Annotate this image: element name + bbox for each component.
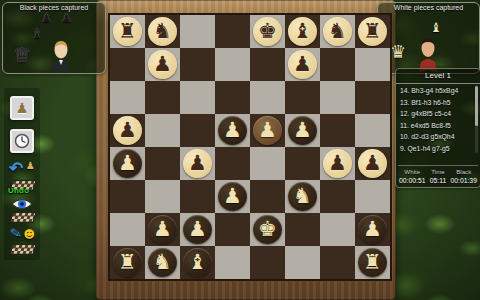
clock-icon[interactable] bbox=[8, 127, 36, 155]
piece-glyph: ♟ bbox=[153, 219, 172, 240]
mini-chessboard-icon bbox=[9, 212, 37, 223]
square-g2[interactable] bbox=[320, 213, 355, 246]
gold-pawn-icon: ♟ bbox=[26, 160, 35, 171]
square-f3[interactable]: ♞ bbox=[285, 180, 320, 213]
square-b1[interactable]: ♞ bbox=[145, 246, 180, 279]
square-g3[interactable] bbox=[320, 180, 355, 213]
clock-row: White Time Black 00:00:51 05:11 00:01:39 bbox=[398, 165, 478, 184]
white-player-avatar bbox=[47, 39, 75, 72]
eye-icon bbox=[10, 196, 34, 212]
piece-glyph: ♟ bbox=[118, 153, 137, 174]
white-pawn: ♟ bbox=[218, 182, 247, 211]
square-b5[interactable] bbox=[145, 114, 180, 147]
move-list-scrollbar-thumb[interactable] bbox=[475, 86, 478, 126]
square-d2[interactable] bbox=[215, 213, 250, 246]
piece-glyph: ♟ bbox=[153, 54, 172, 75]
captured-pawn: ♟ bbox=[61, 12, 72, 24]
captured-queen: ♛ bbox=[13, 45, 31, 65]
piece-glyph: ♞ bbox=[153, 252, 172, 273]
square-c4[interactable]: ♟ bbox=[180, 147, 215, 180]
level-header: Level 1 bbox=[396, 69, 480, 84]
captured-black-panel: Black pieces captured ♟♟♝♛ bbox=[2, 2, 106, 74]
square-d3[interactable]: ♟ bbox=[215, 180, 250, 213]
square-f1[interactable] bbox=[285, 246, 320, 279]
square-b4[interactable] bbox=[145, 147, 180, 180]
square-a6[interactable] bbox=[110, 81, 145, 114]
square-b8[interactable]: ♞ bbox=[145, 15, 180, 48]
edit-board-icon[interactable]: ✎ ☻ bbox=[8, 228, 36, 256]
white-knight: ♞ bbox=[288, 182, 317, 211]
move-row: 12. g4xBf5 c5-c4 bbox=[400, 108, 474, 120]
square-f5[interactable]: ♟ bbox=[285, 114, 320, 147]
piece-glyph: ♝ bbox=[293, 21, 312, 42]
piece-glyph: ♝ bbox=[188, 252, 207, 273]
square-f8[interactable]: ♝ bbox=[285, 15, 320, 48]
white-clock-value: 00:00:51 bbox=[398, 177, 427, 184]
white-pawn: ♟ bbox=[183, 215, 212, 244]
black-knight: ♞ bbox=[323, 17, 352, 46]
piece-glyph: ♟ bbox=[363, 153, 382, 174]
square-b6[interactable] bbox=[145, 81, 180, 114]
white-bishop: ♝ bbox=[183, 248, 212, 277]
square-d1[interactable] bbox=[215, 246, 250, 279]
square-h7[interactable] bbox=[355, 48, 390, 81]
square-c6[interactable] bbox=[180, 81, 215, 114]
move-row: 10. d2-d3 g5xQh4 bbox=[400, 131, 474, 143]
white-rook: ♜ bbox=[358, 248, 387, 277]
black-rook: ♜ bbox=[358, 17, 387, 46]
piece-glyph: ♟ bbox=[188, 153, 207, 174]
piece-glyph: ♜ bbox=[118, 21, 137, 42]
white-knight: ♞ bbox=[148, 248, 177, 277]
square-c7[interactable] bbox=[180, 48, 215, 81]
square-g5[interactable] bbox=[320, 114, 355, 147]
piece-glyph: ♟ bbox=[118, 120, 137, 141]
piece-glyph: ♟ bbox=[328, 153, 347, 174]
piece-glyph: ♟ bbox=[223, 186, 242, 207]
captured-black-title: Black pieces captured bbox=[3, 4, 105, 11]
captured-white-panel: White pieces captured ♝♛ bbox=[377, 2, 480, 74]
piece-glyph: ♟ bbox=[293, 54, 312, 75]
undo-label: Undo bbox=[8, 186, 29, 195]
square-b7[interactable]: ♟ bbox=[145, 48, 180, 81]
black-clock-label: Black bbox=[449, 168, 478, 175]
captured-white-title: White pieces captured bbox=[378, 4, 479, 11]
mini-chessboard-icon bbox=[9, 244, 37, 255]
square-h1[interactable]: ♜ bbox=[355, 246, 390, 279]
square-g8[interactable]: ♞ bbox=[320, 15, 355, 48]
square-a8[interactable]: ♜ bbox=[110, 15, 145, 48]
black-clock-value: 00:01:39 bbox=[449, 177, 478, 184]
black-pawn: ♟ bbox=[288, 50, 317, 79]
square-c2[interactable]: ♟ bbox=[180, 213, 215, 246]
square-d5[interactable]: ♟ bbox=[215, 114, 250, 147]
square-f6[interactable] bbox=[285, 81, 320, 114]
square-e7[interactable] bbox=[250, 48, 285, 81]
white-pawn: ♟ bbox=[358, 215, 387, 244]
square-b2[interactable]: ♟ bbox=[145, 213, 180, 246]
piece-glyph: ♟ bbox=[223, 120, 242, 141]
square-f7[interactable]: ♟ bbox=[285, 48, 320, 81]
captured-bishop: ♝ bbox=[430, 21, 442, 34]
white-pawn: ♟ bbox=[148, 215, 177, 244]
move-row: 9. Qe1-h4 g7-g5 bbox=[400, 143, 474, 155]
white-pawn: ♟ bbox=[113, 149, 142, 178]
pawn-glyph-icon: ♟ bbox=[16, 100, 29, 116]
square-h2[interactable]: ♟ bbox=[355, 213, 390, 246]
piece-glyph: ♜ bbox=[118, 252, 137, 273]
square-h3[interactable] bbox=[355, 180, 390, 213]
piece-glyph: ♟ bbox=[293, 120, 312, 141]
black-rook: ♜ bbox=[113, 17, 142, 46]
square-g6[interactable] bbox=[320, 81, 355, 114]
square-f4[interactable] bbox=[285, 147, 320, 180]
square-f2[interactable] bbox=[285, 213, 320, 246]
square-a4[interactable]: ♟ bbox=[110, 147, 145, 180]
square-e6[interactable] bbox=[250, 81, 285, 114]
white-clock-label: White bbox=[398, 168, 427, 175]
black-king: ♚ bbox=[253, 17, 282, 46]
move-row: 11. e4xd5 Bc8-f5 bbox=[400, 120, 474, 132]
black-pawn: ♟ bbox=[148, 50, 177, 79]
white-king: ♚ bbox=[253, 215, 282, 244]
piece-glyph: ♟ bbox=[258, 120, 277, 141]
square-b3[interactable] bbox=[145, 180, 180, 213]
square-h5[interactable] bbox=[355, 114, 390, 147]
white-rook: ♜ bbox=[113, 248, 142, 277]
smiley-icon: ☻ bbox=[24, 228, 35, 241]
chess-board: ♜♞♚♝♞♜♟♟♟♟♟♟♟♟♟♟♟♞♟♟♚♟♜♞♝♜ bbox=[108, 13, 392, 281]
captured-queen: ♛ bbox=[390, 43, 406, 61]
clock-face-icon bbox=[14, 133, 30, 149]
square-a7[interactable] bbox=[110, 48, 145, 81]
move-list[interactable]: 14. Bh3-g4 h5xBg413. Bf1-h3 h6-h512. g4x… bbox=[400, 85, 474, 155]
move-row: 14. Bh3-g4 h5xBg4 bbox=[400, 85, 474, 97]
square-e2[interactable]: ♚ bbox=[250, 213, 285, 246]
move-list-panel: Level 1 14. Bh3-g4 h5xBg413. Bf1-h3 h6-h… bbox=[395, 68, 480, 188]
piece-glyph: ♟ bbox=[363, 219, 382, 240]
black-pawn: ♟ bbox=[323, 149, 352, 178]
black-knight: ♞ bbox=[148, 17, 177, 46]
piece-set-icon[interactable]: ♟ bbox=[8, 94, 36, 122]
square-d4[interactable] bbox=[215, 147, 250, 180]
piece-glyph: ♞ bbox=[153, 21, 172, 42]
captured-bishop: ♝ bbox=[31, 27, 43, 40]
square-e8[interactable]: ♚ bbox=[250, 15, 285, 48]
square-a1[interactable]: ♜ bbox=[110, 246, 145, 279]
piece-glyph: ♚ bbox=[258, 21, 277, 42]
piece-glyph: ♞ bbox=[328, 21, 347, 42]
black-pawn: ♟ bbox=[183, 149, 212, 178]
square-a2[interactable] bbox=[110, 213, 145, 246]
pencil-icon: ✎ bbox=[9, 224, 23, 242]
time-label: Time bbox=[427, 168, 450, 175]
square-h8[interactable]: ♜ bbox=[355, 15, 390, 48]
square-h4[interactable]: ♟ bbox=[355, 147, 390, 180]
square-d7[interactable] bbox=[215, 48, 250, 81]
piece-glyph: ♟ bbox=[188, 219, 207, 240]
square-c8[interactable] bbox=[180, 15, 215, 48]
white-pawn: ♟ bbox=[253, 116, 282, 145]
square-g7[interactable] bbox=[320, 48, 355, 81]
undo-arrow-icon: ↶ bbox=[9, 158, 23, 179]
black-pawn: ♟ bbox=[113, 116, 142, 145]
move-row: 13. Bf1-h3 h6-h5 bbox=[400, 97, 474, 109]
review-eye-icon[interactable] bbox=[8, 196, 36, 224]
game-time-value: 05:11 bbox=[427, 177, 450, 184]
piece-glyph: ♜ bbox=[363, 252, 382, 273]
square-c3[interactable] bbox=[180, 180, 215, 213]
black-bishop: ♝ bbox=[288, 17, 317, 46]
square-d8[interactable] bbox=[215, 15, 250, 48]
square-a3[interactable] bbox=[110, 180, 145, 213]
undo-icon[interactable]: ↶ ♟ Undo bbox=[8, 160, 36, 192]
piece-glyph: ♞ bbox=[293, 186, 312, 207]
chess-app: ♜♞♚♝♞♜♟♟♟♟♟♟♟♟♟♟♟♞♟♟♚♟♜♞♝♜ Black pieces … bbox=[0, 0, 480, 300]
square-e3[interactable] bbox=[250, 180, 285, 213]
white-pawn: ♟ bbox=[288, 116, 317, 145]
square-g1[interactable] bbox=[320, 246, 355, 279]
black-pawn: ♟ bbox=[358, 149, 387, 178]
piece-glyph: ♚ bbox=[258, 219, 277, 240]
black-player-avatar bbox=[414, 36, 442, 72]
square-a5[interactable]: ♟ bbox=[110, 114, 145, 147]
square-d6[interactable] bbox=[215, 81, 250, 114]
square-e5[interactable]: ♟ bbox=[250, 114, 285, 147]
captured-pawn: ♟ bbox=[41, 12, 52, 24]
square-e4[interactable] bbox=[250, 147, 285, 180]
piece-glyph: ♜ bbox=[363, 21, 382, 42]
square-e1[interactable] bbox=[250, 246, 285, 279]
square-h6[interactable] bbox=[355, 81, 390, 114]
square-g4[interactable]: ♟ bbox=[320, 147, 355, 180]
square-c5[interactable] bbox=[180, 114, 215, 147]
white-pawn: ♟ bbox=[218, 116, 247, 145]
square-c1[interactable]: ♝ bbox=[180, 246, 215, 279]
